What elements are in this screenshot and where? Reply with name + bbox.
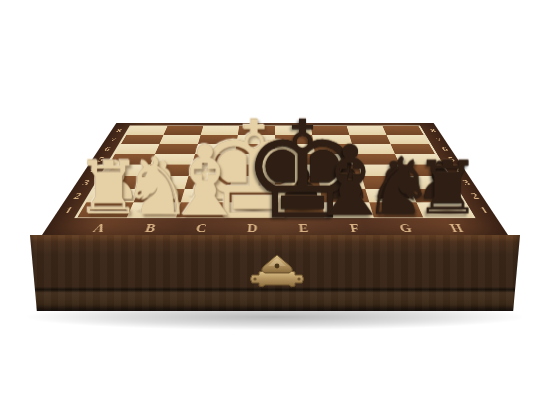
rank-label-3-left: 3 (74, 178, 97, 187)
square-g3 (362, 176, 411, 189)
rank-label-1-right: 1 (472, 205, 498, 216)
piece-white-pawn-c2: ♟ (182, 154, 234, 206)
square-d5 (233, 154, 275, 165)
piece-black-pawn-e2: ♟ (275, 154, 327, 206)
piece-shadow-h1 (424, 207, 471, 215)
square-e6 (275, 144, 315, 154)
piece-shadow-b2 (140, 193, 184, 200)
rank-label-6-right: 6 (435, 146, 455, 153)
piece-shadow-d1 (232, 207, 275, 215)
square-b7 (160, 135, 201, 144)
square-g6 (352, 144, 395, 154)
square-c5 (192, 154, 235, 165)
piece-white-bishop-c1: ♝ (157, 133, 254, 230)
rank-label-7-right: 7 (429, 136, 448, 143)
piece-shadow-g1 (376, 207, 422, 215)
file-label-a: A (81, 222, 117, 235)
rank-label-4-right: 4 (448, 166, 470, 175)
square-c6 (195, 144, 236, 154)
square-g7 (349, 135, 390, 144)
square-b8 (164, 126, 204, 135)
square-g8 (347, 126, 387, 135)
piece-shadow-h2 (418, 193, 463, 200)
rank-label-3-right: 3 (455, 178, 478, 187)
square-e5 (275, 154, 317, 165)
square-e3 (275, 176, 320, 189)
square-f8 (311, 126, 349, 135)
square-e4 (275, 165, 318, 177)
square-d2 (228, 189, 275, 203)
square-c1 (176, 202, 228, 217)
piece-black-bishop-f1: ♝ (302, 133, 399, 230)
square-g5 (355, 154, 400, 165)
rank-label-1-left: 1 (56, 205, 82, 216)
square-d7 (237, 135, 275, 144)
file-label-h: H (439, 222, 475, 235)
rank-label-8-left: 8 (110, 127, 128, 133)
square-f7 (312, 135, 352, 144)
square-a7 (121, 135, 164, 144)
square-h7 (386, 135, 429, 144)
piece-white-pawn-b2: ♟ (136, 154, 188, 206)
rank-label-2-right: 2 (463, 191, 487, 201)
piece-black-pawn-f2: ♟ (321, 154, 373, 206)
file-label-d: D (237, 222, 267, 235)
piece-shadow-c1 (183, 207, 228, 215)
rank-label-2-left: 2 (65, 191, 89, 201)
piece-black-pawn-g2: ♟ (367, 154, 419, 206)
piece-shadow-a1 (84, 207, 131, 215)
square-h5 (395, 154, 441, 165)
file-label-e: E (288, 222, 319, 235)
square-a8 (127, 126, 168, 135)
rank-label-4-left: 4 (83, 166, 105, 175)
board-inner-border (74, 126, 476, 219)
square-e8 (275, 126, 312, 135)
piece-shadow-f1 (328, 207, 373, 215)
square-a1 (77, 202, 133, 217)
square-a4 (102, 165, 150, 177)
square-f5 (315, 154, 358, 165)
square-b4 (145, 165, 192, 177)
piece-shadow-c2 (187, 193, 230, 200)
square-b1 (127, 202, 181, 217)
piece-shadow-e1 (281, 207, 325, 215)
rank-label-7-left: 7 (104, 136, 123, 143)
square-h4 (400, 165, 448, 177)
piece-white-knight-b1: ♞ (117, 147, 197, 227)
piece-shadow-g2 (372, 193, 416, 200)
piece-shadow-e2 (280, 193, 322, 200)
piece-black-knight-g1: ♞ (359, 147, 439, 227)
square-c2 (181, 189, 230, 203)
square-e1 (275, 202, 324, 217)
board-top: ABCDEFGH 12345678 12345678 ♟♟♟♟♟♟♟♜♞♝♚♚♝… (42, 123, 508, 235)
square-f1 (322, 202, 374, 217)
square-b6 (155, 144, 198, 154)
square-g4 (358, 165, 405, 177)
square-a6 (115, 144, 159, 154)
piece-shadow-b1 (134, 207, 180, 215)
chess-board (77, 126, 472, 217)
file-label-f: F (339, 222, 372, 235)
square-f6 (313, 144, 354, 154)
square-c8 (201, 126, 239, 135)
square-e7 (275, 135, 313, 144)
square-g2 (365, 189, 416, 203)
file-label-c: C (185, 222, 217, 235)
square-d1 (226, 202, 275, 217)
square-d4 (232, 165, 275, 177)
rank-label-5-right: 5 (441, 156, 462, 164)
square-b5 (150, 154, 195, 165)
square-a5 (109, 154, 155, 165)
piece-black-king-e1: ♚ (235, 103, 370, 238)
square-g1 (369, 202, 423, 217)
square-d8 (238, 126, 275, 135)
piece-shadow-a2 (93, 193, 138, 200)
square-h1 (417, 202, 473, 217)
rank-label-8-right: 8 (424, 127, 442, 133)
square-h3 (405, 176, 456, 189)
square-d3 (230, 176, 275, 189)
file-label-g: G (389, 222, 423, 235)
piece-white-king-d1: ♚ (186, 103, 321, 238)
square-h8 (383, 126, 424, 135)
rank-label-6-left: 6 (97, 146, 117, 153)
square-f4 (317, 165, 362, 177)
square-h2 (410, 189, 463, 203)
square-f2 (320, 189, 369, 203)
square-a3 (94, 176, 145, 189)
square-c7 (198, 135, 238, 144)
square-b2 (133, 189, 184, 203)
square-c3 (185, 176, 232, 189)
square-f3 (318, 176, 365, 189)
square-b3 (140, 176, 189, 189)
square-e2 (275, 189, 322, 203)
chess-set-photo: ABCDEFGH 12345678 12345678 ♟♟♟♟♟♟♟♜♞♝♚♚♝… (0, 0, 550, 416)
file-label-b: B (133, 222, 167, 235)
square-h6 (390, 144, 434, 154)
square-c4 (188, 165, 233, 177)
square-a2 (86, 189, 139, 203)
piece-shadow-f2 (326, 193, 369, 200)
piece-white-rook-a1: ♜ (72, 152, 146, 226)
square-d6 (235, 144, 275, 154)
brass-clasp-icon (247, 252, 307, 292)
rank-label-5-left: 5 (90, 156, 111, 164)
